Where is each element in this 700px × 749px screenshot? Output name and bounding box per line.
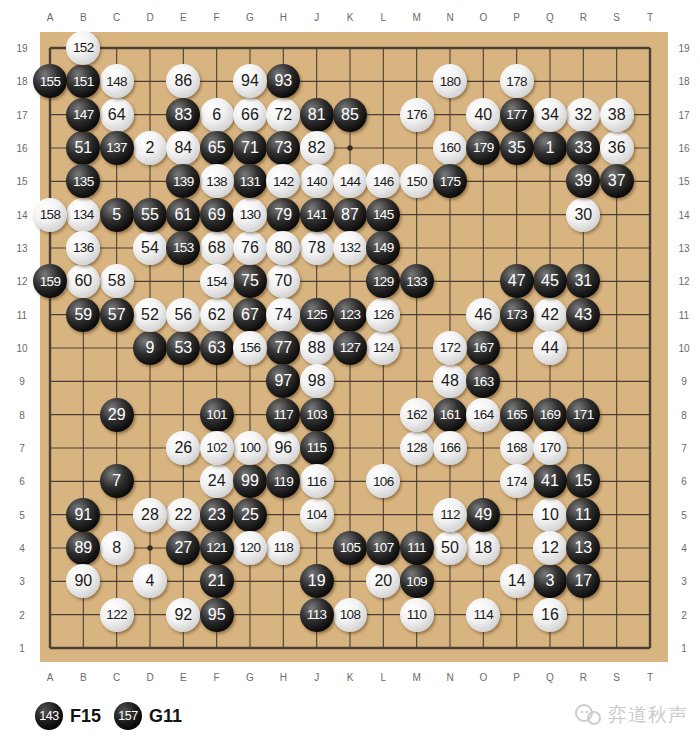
stone-P12-move-47[interactable]: 47: [500, 264, 534, 298]
stone-move-number: 174: [506, 475, 527, 489]
stone-move-number: 73: [274, 140, 292, 156]
stone-R17-move-32[interactable]: 32: [566, 98, 600, 132]
stone-E11-move-56[interactable]: 56: [166, 298, 200, 332]
stone-move-number: 147: [73, 108, 94, 122]
coord-label-col-A: A: [47, 12, 54, 23]
stone-P7-move-168[interactable]: 168: [500, 431, 534, 465]
stone-move-number: 7: [112, 473, 121, 489]
stone-move-number: 69: [208, 207, 226, 223]
stone-move-number: 135: [73, 175, 94, 189]
stone-move-number: 10: [541, 507, 559, 523]
stone-F11-move-62[interactable]: 62: [200, 298, 234, 332]
stone-J5-move-104[interactable]: 104: [300, 498, 334, 532]
stone-move-number: 17: [574, 573, 592, 589]
stone-M4-move-111[interactable]: 111: [400, 531, 434, 565]
caption-point-label: G11: [149, 706, 182, 727]
stone-F17-move-6[interactable]: 6: [200, 98, 234, 132]
stone-move-number: 112: [440, 508, 460, 522]
stone-move-number: 104: [306, 508, 327, 522]
coord-label-col-S: S: [613, 12, 620, 23]
coord-label-col-M: M: [412, 12, 420, 23]
stone-move-number: 33: [574, 140, 592, 156]
stone-move-number: 34: [541, 107, 559, 123]
stone-G14-move-130[interactable]: 130: [233, 198, 267, 232]
stone-P18-move-178[interactable]: 178: [500, 64, 534, 98]
stone-move-number: 169: [540, 408, 561, 422]
stone-move-number: 158: [40, 208, 61, 222]
stone-O5-move-49[interactable]: 49: [466, 498, 500, 532]
stone-move-number: 176: [406, 108, 427, 122]
stone-P3-move-14[interactable]: 14: [500, 564, 534, 598]
stone-move-number: 138: [206, 175, 227, 189]
stone-move-number: 116: [307, 475, 327, 489]
stone-S15-move-37[interactable]: 37: [600, 164, 634, 198]
stone-D5-move-28[interactable]: 28: [133, 498, 167, 532]
stone-K14-move-87[interactable]: 87: [333, 198, 367, 232]
stone-G16-move-71[interactable]: 71: [233, 131, 267, 165]
coord-label-row-16: 16: [678, 143, 689, 154]
stone-move-number: 84: [174, 140, 192, 156]
coord-label-col-L: L: [381, 12, 387, 23]
stone-Q10-move-44[interactable]: 44: [533, 331, 567, 365]
stone-Q4-move-12[interactable]: 12: [533, 531, 567, 565]
stone-G10-move-156[interactable]: 156: [233, 331, 267, 365]
stone-move-number: 99: [241, 473, 259, 489]
stone-move-number: 130: [240, 208, 261, 222]
stone-move-number: 115: [307, 441, 327, 455]
stone-H17-move-72[interactable]: 72: [266, 98, 300, 132]
stone-move-number: 126: [373, 308, 394, 322]
coord-label-row-11: 11: [17, 309, 27, 320]
stone-F3-move-21[interactable]: 21: [200, 564, 234, 598]
stone-move-number: 155: [40, 75, 61, 89]
stone-P17-move-177[interactable]: 177: [500, 98, 534, 132]
stone-G5-move-25[interactable]: 25: [233, 498, 267, 532]
stone-M2-move-110[interactable]: 110: [400, 598, 434, 632]
stone-move-number: 127: [340, 341, 361, 355]
stone-F14-move-69[interactable]: 69: [200, 198, 234, 232]
stone-J17-move-81[interactable]: 81: [300, 98, 334, 132]
stone-move-number: 151: [73, 75, 94, 89]
stone-C11-move-57[interactable]: 57: [100, 298, 134, 332]
coord-label-col-H: H: [280, 12, 287, 23]
stone-H11-move-74[interactable]: 74: [266, 298, 300, 332]
stone-move-number: 152: [73, 41, 94, 55]
coord-label-row-10: 10: [678, 343, 689, 354]
stone-J3-move-19[interactable]: 19: [300, 564, 334, 598]
coord-label-row-18: 18: [678, 76, 689, 87]
stone-D16-move-2[interactable]: 2: [133, 131, 167, 165]
stone-move-number: 120: [240, 541, 261, 555]
stone-M17-move-176[interactable]: 176: [400, 98, 434, 132]
stone-move-number: 23: [208, 507, 226, 523]
stone-move-number: 144: [340, 175, 361, 189]
stone-O17-move-40[interactable]: 40: [466, 98, 500, 132]
stone-J11-move-125[interactable]: 125: [300, 298, 334, 332]
stone-move-number: 37: [608, 173, 626, 189]
stone-move-number: 1: [546, 140, 555, 156]
coord-label-col-Q: Q: [546, 672, 554, 683]
logo-icon: [572, 702, 604, 728]
stone-E14-move-61[interactable]: 61: [166, 198, 200, 232]
stone-move-number: 93: [274, 73, 292, 89]
coord-label-col-G: G: [246, 12, 254, 23]
stone-N16-move-160[interactable]: 160: [433, 131, 467, 165]
stone-J16-move-82[interactable]: 82: [300, 131, 334, 165]
coord-label-row-10: 10: [16, 343, 27, 354]
stone-F15-move-138[interactable]: 138: [200, 164, 234, 198]
stone-move-number: 19: [308, 573, 326, 589]
stone-move-number: 96: [274, 440, 292, 456]
stone-R11-move-43[interactable]: 43: [566, 298, 600, 332]
stone-move-number: 78: [308, 240, 326, 256]
coord-label-col-N: N: [446, 12, 453, 23]
stone-F16-move-65[interactable]: 65: [200, 131, 234, 165]
stone-move-number: 54: [141, 240, 159, 256]
stone-move-number: 59: [74, 307, 92, 323]
coord-label-col-R: R: [580, 672, 587, 683]
stone-L14-move-145[interactable]: 145: [366, 198, 400, 232]
stone-move-number: 146: [373, 175, 394, 189]
stone-move-number: 48: [441, 373, 459, 389]
stone-Q5-move-10[interactable]: 10: [533, 498, 567, 532]
stone-move-number: 32: [574, 107, 592, 123]
stone-Q17-move-34[interactable]: 34: [533, 98, 567, 132]
stone-move-number: 56: [174, 307, 192, 323]
go-board[interactable]: 1234567891011121314151617181920212223242…: [40, 32, 668, 662]
stone-move-number: 40: [474, 107, 492, 123]
stone-A14-move-158[interactable]: 158: [33, 198, 67, 232]
stone-G7-move-100[interactable]: 100: [233, 431, 267, 465]
stone-move-number: 30: [574, 207, 592, 223]
stone-move-number: 132: [340, 241, 361, 255]
stone-move-number: 162: [406, 408, 427, 422]
stone-K17-move-85[interactable]: 85: [333, 98, 367, 132]
coord-label-row-4: 4: [681, 543, 687, 554]
stone-J7-move-115[interactable]: 115: [300, 431, 334, 465]
stone-C6-move-7[interactable]: 7: [100, 464, 134, 498]
stone-J6-move-116[interactable]: 116: [300, 464, 334, 498]
stone-move-number: 77: [274, 340, 292, 356]
stone-move-number: 153: [173, 241, 194, 255]
stone-D14-move-55[interactable]: 55: [133, 198, 167, 232]
stone-move-number: 42: [541, 307, 559, 323]
stone-P8-move-165[interactable]: 165: [500, 398, 534, 432]
stone-move-number: 131: [240, 175, 261, 189]
coord-label-row-6: 6: [681, 476, 687, 487]
stone-move-number: 50: [441, 540, 459, 556]
coord-label-col-T: T: [647, 12, 653, 23]
stone-move-number: 105: [340, 541, 361, 555]
stone-move-number: 49: [474, 507, 492, 523]
stone-F10-move-63[interactable]: 63: [200, 331, 234, 365]
stone-move-number: 58: [108, 273, 126, 289]
stone-move-number: 76: [241, 240, 259, 256]
stone-J10-move-88[interactable]: 88: [300, 331, 334, 365]
stone-move-number: 62: [208, 307, 226, 323]
stone-move-number: 31: [574, 273, 592, 289]
stone-J15-move-140[interactable]: 140: [300, 164, 334, 198]
coord-label-col-P: P: [513, 672, 520, 683]
stone-C17-move-64[interactable]: 64: [100, 98, 134, 132]
stone-G4-move-120[interactable]: 120: [233, 531, 267, 565]
coord-label-row-8: 8: [19, 409, 25, 420]
coord-label-row-19: 19: [678, 43, 689, 54]
coord-label-col-J: J: [314, 12, 319, 23]
stone-move-number: 165: [506, 408, 527, 422]
stone-move-number: 6: [212, 107, 221, 123]
stone-O11-move-46[interactable]: 46: [466, 298, 500, 332]
stone-J14-move-141[interactable]: 141: [300, 198, 334, 232]
stone-move-number: 60: [74, 273, 92, 289]
stone-Q2-move-16[interactable]: 16: [533, 598, 567, 632]
coord-label-col-S: S: [613, 672, 620, 683]
stone-move-number: 41: [541, 473, 559, 489]
stone-O8-move-164[interactable]: 164: [466, 398, 500, 432]
stone-move-number: 156: [240, 341, 261, 355]
stone-move-number: 123: [340, 308, 361, 322]
stone-D13-move-54[interactable]: 54: [133, 231, 167, 265]
stone-G17-move-66[interactable]: 66: [233, 98, 267, 132]
coord-label-col-E: E: [180, 12, 187, 23]
stone-move-number: 171: [573, 408, 594, 422]
stone-S17-move-38[interactable]: 38: [600, 98, 634, 132]
coord-label-row-3: 3: [681, 576, 687, 587]
coord-label-col-L: L: [381, 672, 387, 683]
star-point-K16: [347, 145, 352, 150]
coord-label-row-19: 19: [16, 43, 27, 54]
stone-move-number: 101: [206, 408, 227, 422]
stone-K2-move-108[interactable]: 108: [333, 598, 367, 632]
stone-E17-move-83[interactable]: 83: [166, 98, 200, 132]
stone-move-number: 83: [174, 107, 192, 123]
coord-label-row-3: 3: [19, 576, 25, 587]
stone-F4-move-121[interactable]: 121: [200, 531, 234, 565]
stone-F2-move-95[interactable]: 95: [200, 598, 234, 632]
stone-move-number: 161: [440, 408, 461, 422]
coord-label-row-11: 11: [679, 309, 689, 320]
stone-move-number: 122: [106, 608, 127, 622]
stone-C12-move-58[interactable]: 58: [100, 264, 134, 298]
stone-S16-move-36[interactable]: 36: [600, 131, 634, 165]
stone-Q7-move-170[interactable]: 170: [533, 431, 567, 465]
stone-move-number: 25: [241, 507, 259, 523]
coord-label-row-9: 9: [681, 376, 687, 387]
stone-M12-move-133[interactable]: 133: [400, 264, 434, 298]
stone-C16-move-137[interactable]: 137: [100, 131, 134, 165]
stone-H14-move-79[interactable]: 79: [266, 198, 300, 232]
stone-Q11-move-42[interactable]: 42: [533, 298, 567, 332]
stone-move-number: 167: [473, 341, 494, 355]
stone-move-number: 180: [440, 75, 461, 89]
stone-move-number: 89: [74, 540, 92, 556]
stone-move-number: 97: [274, 373, 292, 389]
stone-move-number: 47: [508, 273, 526, 289]
stone-N10-move-172[interactable]: 172: [433, 331, 467, 365]
stone-move-number: 98: [308, 373, 326, 389]
coord-label-col-N: N: [446, 672, 453, 683]
stone-move-number: 27: [174, 540, 192, 556]
stone-J13-move-78[interactable]: 78: [300, 231, 334, 265]
coord-label-row-13: 13: [16, 243, 27, 254]
stone-move-number: 118: [273, 541, 293, 555]
coord-label-col-K: K: [347, 672, 354, 683]
stone-move-number: 149: [373, 241, 394, 255]
stone-move-number: 3: [546, 573, 555, 589]
stone-move-number: 145: [373, 208, 394, 222]
stone-move-number: 12: [541, 540, 559, 556]
stone-B17-move-147[interactable]: 147: [66, 98, 100, 132]
stone-move-number: 11: [575, 507, 592, 523]
stone-E2-move-92[interactable]: 92: [166, 598, 200, 632]
stone-C18-move-148[interactable]: 148: [100, 64, 134, 98]
stone-move-number: 88: [308, 340, 326, 356]
stone-L11-move-126[interactable]: 126: [366, 298, 400, 332]
stone-move-number: 61: [174, 207, 192, 223]
coord-label-row-12: 12: [16, 276, 27, 287]
caption-point-label: F15: [70, 706, 101, 727]
stone-H8-move-117[interactable]: 117: [266, 398, 300, 432]
stone-R8-move-171[interactable]: 171: [566, 398, 600, 432]
stone-C8-move-29[interactable]: 29: [100, 398, 134, 432]
stone-K4-move-105[interactable]: 105: [333, 531, 367, 565]
stone-move-number: 22: [174, 507, 192, 523]
stone-move-number: 160: [440, 141, 461, 155]
stone-move-number: 45: [541, 273, 559, 289]
coord-label-row-2: 2: [19, 609, 25, 620]
stone-move-number: 75: [241, 273, 259, 289]
stone-move-number: 92: [174, 607, 192, 623]
stone-K11-move-123[interactable]: 123: [333, 298, 367, 332]
stone-move-number: 113: [307, 608, 327, 622]
stone-move-number: 100: [240, 441, 261, 455]
stone-move-number: 106: [373, 475, 394, 489]
stone-move-number: 65: [208, 140, 226, 156]
coord-label-col-C: C: [113, 672, 120, 683]
coord-label-col-D: D: [146, 12, 153, 23]
stone-move-number: 70: [274, 273, 292, 289]
stone-move-number: 67: [241, 307, 259, 323]
stone-J9-move-98[interactable]: 98: [300, 364, 334, 398]
coord-label-col-Q: Q: [546, 12, 554, 23]
stone-F6-move-24[interactable]: 24: [200, 464, 234, 498]
stone-move-number: 85: [341, 107, 359, 123]
stone-P6-move-174[interactable]: 174: [500, 464, 534, 498]
stone-C4-move-8[interactable]: 8: [100, 531, 134, 565]
stone-move-number: 136: [73, 241, 94, 255]
publisher-logo: 弈道秋声: [572, 702, 688, 728]
stone-move-number: 164: [473, 408, 494, 422]
stone-move-number: 111: [407, 541, 426, 555]
stone-move-number: 79: [274, 207, 292, 223]
coord-label-row-7: 7: [681, 443, 687, 454]
stone-M15-move-150[interactable]: 150: [400, 164, 434, 198]
coord-label-col-T: T: [647, 672, 653, 683]
stone-move-number: 117: [273, 408, 293, 422]
stone-M3-move-109[interactable]: 109: [400, 564, 434, 598]
stone-N8-move-161[interactable]: 161: [433, 398, 467, 432]
stone-move-number: 64: [108, 107, 126, 123]
stone-move-number: 20: [374, 573, 392, 589]
stone-K10-move-127[interactable]: 127: [333, 331, 367, 365]
stone-move-number: 133: [406, 275, 427, 289]
stone-move-number: 159: [40, 275, 61, 289]
coord-label-row-13: 13: [678, 243, 689, 254]
stone-move-number: 125: [306, 308, 327, 322]
stone-F7-move-102[interactable]: 102: [200, 431, 234, 465]
stone-P11-move-173[interactable]: 173: [500, 298, 534, 332]
stone-move-number: 9: [146, 340, 155, 356]
stone-move-number: 29: [108, 407, 126, 423]
stone-N4-move-50[interactable]: 50: [433, 531, 467, 565]
stone-B11-move-59[interactable]: 59: [66, 298, 100, 332]
stone-E5-move-22[interactable]: 22: [166, 498, 200, 532]
stone-N5-move-112[interactable]: 112: [433, 498, 467, 532]
stone-move-number: 139: [173, 175, 194, 189]
stone-M7-move-128[interactable]: 128: [400, 431, 434, 465]
stone-move-number: 114: [473, 608, 493, 622]
stone-move-number: 2: [146, 140, 155, 156]
stone-move-number: 177: [506, 108, 527, 122]
coord-label-row-1: 1: [681, 643, 687, 654]
stone-D10-move-9[interactable]: 9: [133, 331, 167, 365]
stone-move-number: 124: [373, 341, 394, 355]
stone-G13-move-76[interactable]: 76: [233, 231, 267, 265]
stone-F5-move-23[interactable]: 23: [200, 498, 234, 532]
stone-move-number: 74: [274, 307, 292, 323]
stone-move-number: 179: [473, 141, 494, 155]
stone-D11-move-52[interactable]: 52: [133, 298, 167, 332]
stone-F8-move-101[interactable]: 101: [200, 398, 234, 432]
stone-R14-move-30[interactable]: 30: [566, 198, 600, 232]
stone-move-number: 91: [74, 507, 92, 523]
stone-J2-move-113[interactable]: 113: [300, 598, 334, 632]
coord-label-col-R: R: [580, 12, 587, 23]
coord-label-col-G: G: [246, 672, 254, 683]
stone-Q8-move-169[interactable]: 169: [533, 398, 567, 432]
coord-label-row-9: 9: [19, 376, 25, 387]
stone-move-number: 148: [106, 75, 127, 89]
stone-B5-move-91[interactable]: 91: [66, 498, 100, 532]
stone-G11-move-67[interactable]: 67: [233, 298, 267, 332]
coord-label-row-5: 5: [19, 509, 25, 520]
stone-move-number: 87: [341, 207, 359, 223]
stone-F13-move-68[interactable]: 68: [200, 231, 234, 265]
coord-label-row-1: 1: [19, 643, 25, 654]
stone-Q16-move-1[interactable]: 1: [533, 131, 567, 165]
coord-label-row-14: 14: [16, 209, 27, 220]
coord-label-col-F: F: [214, 672, 220, 683]
stone-O2-move-114[interactable]: 114: [466, 598, 500, 632]
stone-R5-move-11[interactable]: 11: [566, 498, 600, 532]
stone-move-number: 71: [241, 140, 259, 156]
stone-P16-move-35[interactable]: 35: [500, 131, 534, 165]
stone-J8-move-103[interactable]: 103: [300, 398, 334, 432]
stone-N7-move-166[interactable]: 166: [433, 431, 467, 465]
stone-C14-move-5[interactable]: 5: [100, 198, 134, 232]
stone-C2-move-122[interactable]: 122: [100, 598, 134, 632]
stone-B14-move-134[interactable]: 134: [66, 198, 100, 232]
stone-move-number: 128: [406, 441, 427, 455]
coord-label-row-8: 8: [681, 409, 687, 420]
stone-F12-move-154[interactable]: 154: [200, 264, 234, 298]
stone-move-number: 109: [406, 575, 427, 589]
coord-label-col-B: B: [80, 672, 87, 683]
stone-move-number: 55: [141, 207, 159, 223]
stone-K13-move-132[interactable]: 132: [333, 231, 367, 265]
stone-M8-move-162[interactable]: 162: [400, 398, 434, 432]
coord-label-col-P: P: [513, 12, 520, 23]
